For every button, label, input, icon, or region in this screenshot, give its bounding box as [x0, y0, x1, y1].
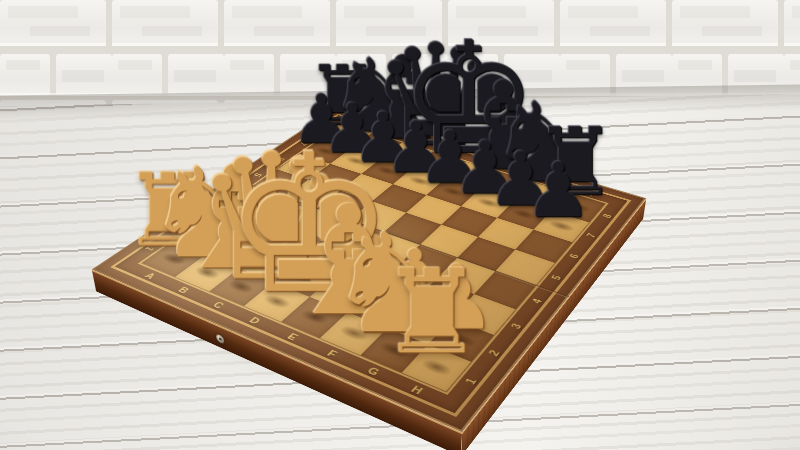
clasp-screw-icon	[216, 333, 225, 344]
photo-stage: ABCDEFGH ABCDEFGH 87654321 87654321 ♜♞♟♝…	[0, 0, 800, 450]
chess-board: ABCDEFGH ABCDEFGH 87654321 87654321 ♜♞♟♝…	[92, 108, 647, 433]
scene: ABCDEFGH ABCDEFGH 87654321 87654321 ♜♞♟♝…	[0, 0, 800, 450]
pieces-layer: ♜♞♟♝♟♛♟♚♟♝♟♞♟♜♟♟♟♟♜♟♞♟♝♟♛♟♚♟♝♟♞♜	[142, 125, 605, 392]
white-rook-h1: ♜	[322, 254, 541, 371]
